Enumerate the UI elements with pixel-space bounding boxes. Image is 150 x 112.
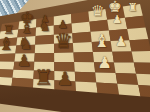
- chessboard-photo: ♝♜♟♞♝♚♜♞♟♟♛♟♟♝♛♟♟♚♜: [0, 0, 150, 112]
- piece-black-pawn-a5: ♟: [57, 70, 74, 88]
- piece-black-knight-g6: ♞: [39, 20, 51, 34]
- piece-white-pawn-g2: ♟: [112, 15, 122, 26]
- piece-white-pawn-e2: ♟: [115, 35, 127, 48]
- piece-black-queen-e5: ♛: [54, 31, 73, 52]
- piece-black-knight-e7: ♞: [18, 36, 33, 53]
- piece-black-rook-a6: ♜: [34, 67, 53, 88]
- piece-white-pawn-c3: ♟: [98, 55, 112, 71]
- piece-white-rook-h1: ♜: [128, 2, 138, 13]
- piece-black-bishop-e8: ♝: [0, 35, 14, 53]
- piece-black-pawn-c7: ♟: [17, 53, 31, 69]
- piece-white-queen-h3: ♛: [91, 3, 104, 18]
- piece-white-bishop-e3: ♝: [94, 32, 110, 50]
